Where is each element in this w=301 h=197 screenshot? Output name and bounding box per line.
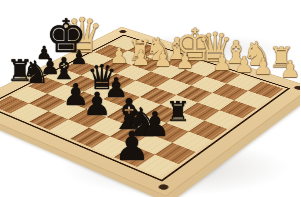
corner-inlay-dot xyxy=(293,85,300,90)
white-pawn[interactable]: ♟ xyxy=(279,58,301,81)
corner-inlay-dot xyxy=(118,30,128,34)
white-pawn[interactable]: ♟ xyxy=(153,49,174,70)
corner-inlay-dot xyxy=(157,183,170,190)
white-pawn[interactable]: ♟ xyxy=(175,51,196,72)
white-pawn[interactable]: ♟ xyxy=(252,56,274,78)
white-pawn[interactable]: ♟ xyxy=(211,52,233,74)
black-knight[interactable]: ♞ xyxy=(21,57,52,88)
black-pawn[interactable]: ♟ xyxy=(112,126,152,166)
chess-set-product-photo: ♚♛♜♟♟♞♟♝♚♟♛♟♝♟♞♟♜♟♟♟♜♞♟♝♛♟♟♟♜♝♞♟♟ xyxy=(0,0,300,197)
white-pawn[interactable]: ♟ xyxy=(131,48,152,69)
